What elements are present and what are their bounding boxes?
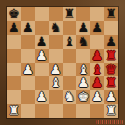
square-f6[interactable]: ♞	[76, 35, 90, 49]
black-pawn-f7[interactable]: ♟	[77, 20, 89, 34]
watermark-marks	[96, 120, 123, 124]
square-f2[interactable]: ♚	[76, 90, 90, 104]
red-queen-h4[interactable]: ♛	[105, 62, 117, 76]
square-b3[interactable]	[21, 76, 35, 90]
square-a1[interactable]: ♜	[7, 104, 21, 118]
square-d6[interactable]	[49, 35, 63, 49]
white-pawn-g2[interactable]: ♟	[91, 90, 103, 104]
square-b7[interactable]: ♟	[21, 21, 35, 35]
red-rook-h5[interactable]: ♜	[105, 48, 117, 62]
square-g2[interactable]: ♟	[90, 90, 104, 104]
square-d2[interactable]	[49, 90, 63, 104]
red-pawn-g3[interactable]: ♟	[91, 76, 103, 90]
black-rook-h8[interactable]: ♜	[105, 7, 117, 21]
black-knight-d7[interactable]: ♞	[50, 20, 62, 34]
square-g1[interactable]	[90, 104, 104, 118]
square-e4[interactable]	[63, 63, 77, 77]
square-e5[interactable]	[63, 49, 77, 63]
black-pawn-c6[interactable]: ♟	[36, 34, 48, 48]
white-bishop-f4[interactable]: ♝	[77, 62, 89, 76]
chess-board-frame: ♚♜♜♟♟♞♟♟♟♝♞♟♟♟♜♟♟♝♝♛♝♟♟♜♟♞♚♟♟♜♜	[0, 0, 125, 125]
white-rook-h1[interactable]: ♜	[105, 104, 117, 118]
square-a6[interactable]	[7, 35, 21, 49]
square-e6[interactable]: ♝	[63, 35, 77, 49]
square-d1[interactable]	[49, 104, 63, 118]
black-king-a8[interactable]: ♚	[8, 7, 20, 21]
square-e1[interactable]	[63, 104, 77, 118]
square-b6[interactable]	[21, 35, 35, 49]
white-bishop-d3[interactable]: ♝	[50, 76, 62, 90]
square-b1[interactable]	[21, 104, 35, 118]
square-b2[interactable]	[21, 90, 35, 104]
chess-board: ♚♜♜♟♟♞♟♟♟♝♞♟♟♟♜♟♟♝♝♛♝♟♟♜♟♞♚♟♟♜♜	[7, 7, 118, 118]
white-rook-a1[interactable]: ♜	[8, 104, 20, 118]
white-knight-e2[interactable]: ♞	[64, 90, 76, 104]
square-c1[interactable]	[35, 104, 49, 118]
square-b4[interactable]: ♟	[21, 63, 35, 77]
white-pawn-b4[interactable]: ♟	[22, 62, 34, 76]
white-pawn-c2[interactable]: ♟	[36, 90, 48, 104]
square-e8[interactable]: ♜	[63, 7, 77, 21]
black-bishop-e6[interactable]: ♝	[64, 34, 76, 48]
red-rook-h3[interactable]: ♜	[105, 76, 117, 90]
square-a7[interactable]: ♟	[7, 21, 21, 35]
square-a4[interactable]	[7, 63, 21, 77]
black-rook-e8[interactable]: ♜	[64, 7, 76, 21]
white-pawn-c5[interactable]: ♟	[36, 48, 48, 62]
black-pawn-a7[interactable]: ♟	[8, 20, 20, 34]
white-king-f2[interactable]: ♚	[77, 90, 89, 104]
square-c5[interactable]: ♟	[35, 49, 49, 63]
square-a3[interactable]	[7, 76, 21, 90]
red-pawn-g5[interactable]: ♟	[91, 48, 103, 62]
white-pawn-h2[interactable]: ♟	[105, 90, 117, 104]
square-c2[interactable]: ♟	[35, 90, 49, 104]
square-g7[interactable]: ♟	[90, 21, 104, 35]
square-d7[interactable]: ♞	[49, 21, 63, 35]
square-f1[interactable]	[76, 104, 90, 118]
square-c4[interactable]	[35, 63, 49, 77]
square-c8[interactable]	[35, 7, 49, 21]
square-a5[interactable]	[7, 49, 21, 63]
square-e2[interactable]: ♞	[63, 90, 77, 104]
white-pawn-f3[interactable]: ♟	[77, 76, 89, 90]
square-d3[interactable]: ♝	[49, 76, 63, 90]
black-pawn-g7[interactable]: ♟	[91, 20, 103, 34]
black-knight-f6[interactable]: ♞	[77, 34, 89, 48]
square-h8[interactable]: ♜	[104, 7, 118, 21]
black-pawn-h6[interactable]: ♟	[105, 34, 117, 48]
white-pawn-d4[interactable]: ♟	[50, 62, 62, 76]
black-pawn-b7[interactable]: ♟	[22, 20, 34, 34]
square-h1[interactable]: ♜	[104, 104, 118, 118]
red-bishop-g4[interactable]: ♝	[91, 62, 103, 76]
